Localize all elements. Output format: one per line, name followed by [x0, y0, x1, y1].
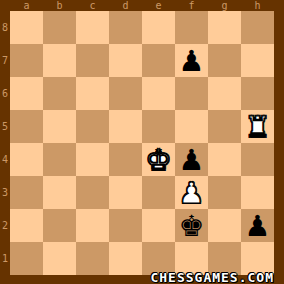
square-a5[interactable] — [10, 110, 43, 143]
file-label-d: d — [109, 0, 142, 11]
file-label-e: e — [142, 0, 175, 11]
square-e4[interactable]: ♚ — [142, 143, 175, 176]
square-a7[interactable] — [10, 44, 43, 77]
square-h4[interactable] — [241, 143, 274, 176]
square-h2[interactable]: ♟ — [241, 209, 274, 242]
square-h7[interactable] — [241, 44, 274, 77]
square-c5[interactable] — [76, 110, 109, 143]
black-pawn-f7[interactable]: ♟ — [175, 44, 208, 77]
square-g6[interactable] — [208, 77, 241, 110]
square-b1[interactable] — [43, 242, 76, 275]
rank-label-8: 8 — [0, 11, 10, 44]
black-pawn-f4[interactable]: ♟ — [175, 143, 208, 176]
black-pawn-h2[interactable]: ♟ — [241, 209, 274, 242]
square-g7[interactable] — [208, 44, 241, 77]
chess-board: ♟♜♚♟♟♚♟ — [10, 11, 274, 275]
square-g8[interactable] — [208, 11, 241, 44]
square-b7[interactable] — [43, 44, 76, 77]
square-b6[interactable] — [43, 77, 76, 110]
rank-labels: 87654321 — [0, 11, 10, 275]
file-labels: abcdefgh — [10, 0, 274, 11]
white-king-e4[interactable]: ♚ — [142, 143, 175, 176]
rank-label-6: 6 — [0, 77, 10, 110]
square-e8[interactable] — [142, 11, 175, 44]
square-e6[interactable] — [142, 77, 175, 110]
square-d6[interactable] — [109, 77, 142, 110]
square-d7[interactable] — [109, 44, 142, 77]
square-f4[interactable]: ♟ — [175, 143, 208, 176]
square-b4[interactable] — [43, 143, 76, 176]
white-rook-h5[interactable]: ♜ — [241, 110, 274, 143]
square-f2[interactable]: ♚ — [175, 209, 208, 242]
square-b3[interactable] — [43, 176, 76, 209]
square-c6[interactable] — [76, 77, 109, 110]
square-f3[interactable]: ♟ — [175, 176, 208, 209]
square-f5[interactable] — [175, 110, 208, 143]
square-a6[interactable] — [10, 77, 43, 110]
square-h5[interactable]: ♜ — [241, 110, 274, 143]
rank-label-1: 1 — [0, 242, 10, 275]
square-g4[interactable] — [208, 143, 241, 176]
square-c1[interactable] — [76, 242, 109, 275]
file-label-b: b — [43, 0, 76, 11]
square-d5[interactable] — [109, 110, 142, 143]
file-label-g: g — [208, 0, 241, 11]
square-b5[interactable] — [43, 110, 76, 143]
file-label-c: c — [76, 0, 109, 11]
square-d3[interactable] — [109, 176, 142, 209]
square-d1[interactable] — [109, 242, 142, 275]
square-d2[interactable] — [109, 209, 142, 242]
square-h6[interactable] — [241, 77, 274, 110]
square-f7[interactable]: ♟ — [175, 44, 208, 77]
square-c2[interactable] — [76, 209, 109, 242]
file-label-a: a — [10, 0, 43, 11]
rank-label-5: 5 — [0, 110, 10, 143]
square-b2[interactable] — [43, 209, 76, 242]
rank-label-4: 4 — [0, 143, 10, 176]
rank-label-7: 7 — [0, 44, 10, 77]
square-e2[interactable] — [142, 209, 175, 242]
square-c3[interactable] — [76, 176, 109, 209]
square-h3[interactable] — [241, 176, 274, 209]
watermark: CHESSGAMES.COM — [150, 272, 274, 284]
file-label-f: f — [175, 0, 208, 11]
rank-label-2: 2 — [0, 209, 10, 242]
file-label-h: h — [241, 0, 274, 11]
square-b8[interactable] — [43, 11, 76, 44]
chess-board-frame: abcdefgh 87654321 ♟♜♚♟♟♚♟ CHESSGAMES.COM — [0, 0, 284, 284]
square-a3[interactable] — [10, 176, 43, 209]
square-h8[interactable] — [241, 11, 274, 44]
square-c7[interactable] — [76, 44, 109, 77]
square-a8[interactable] — [10, 11, 43, 44]
white-pawn-f3[interactable]: ♟ — [175, 176, 208, 209]
square-d8[interactable] — [109, 11, 142, 44]
square-a2[interactable] — [10, 209, 43, 242]
square-e5[interactable] — [142, 110, 175, 143]
square-f8[interactable] — [175, 11, 208, 44]
square-a1[interactable] — [10, 242, 43, 275]
square-f6[interactable] — [175, 77, 208, 110]
rank-label-3: 3 — [0, 176, 10, 209]
square-a4[interactable] — [10, 143, 43, 176]
square-g3[interactable] — [208, 176, 241, 209]
square-e3[interactable] — [142, 176, 175, 209]
square-e7[interactable] — [142, 44, 175, 77]
square-c4[interactable] — [76, 143, 109, 176]
square-g5[interactable] — [208, 110, 241, 143]
square-g2[interactable] — [208, 209, 241, 242]
black-king-f2[interactable]: ♚ — [175, 209, 208, 242]
square-d4[interactable] — [109, 143, 142, 176]
square-c8[interactable] — [76, 11, 109, 44]
